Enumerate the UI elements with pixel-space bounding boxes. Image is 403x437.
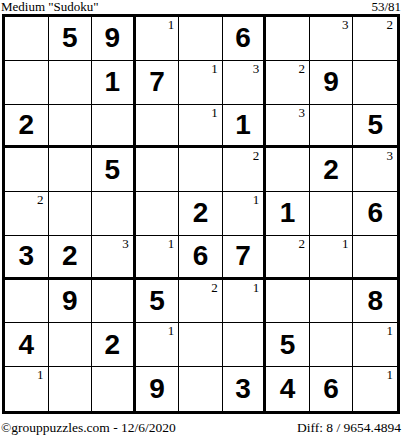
cell-r2-c1[interactable] <box>5 61 49 105</box>
given-digit: 7 <box>149 68 165 96</box>
cell-r4-c2[interactable] <box>49 148 93 192</box>
grid-wrap: 5916321713292113552232211632316721952184… <box>0 14 403 414</box>
given-digit: 9 <box>105 24 121 52</box>
cell-r2-c6[interactable]: 3 <box>223 61 267 105</box>
cell-r2-c9[interactable] <box>353 61 397 105</box>
cell-r5-c6[interactable]: 1 <box>223 192 267 236</box>
page: Medium "Sudoku" 53/81 591632171329211355… <box>0 0 403 437</box>
cell-r6-c3[interactable]: 3 <box>92 236 136 280</box>
cell-r9-c2[interactable] <box>49 367 93 411</box>
cell-r1-c3[interactable]: 9 <box>92 17 136 61</box>
pencil-mark: 3 <box>387 149 394 162</box>
footer: ©grouppuzzles.com - 12/6/2020 Diff: 8 / … <box>0 414 403 435</box>
pencil-mark: 1 <box>37 368 44 381</box>
cell-r7-c6[interactable]: 1 <box>223 280 267 324</box>
cell-r8-c6[interactable] <box>223 323 267 367</box>
given-digit: 5 <box>105 156 121 184</box>
pencil-mark: 2 <box>253 149 260 162</box>
pencil-mark: 2 <box>298 237 305 250</box>
given-digit: 3 <box>18 242 34 270</box>
given-digit: 1 <box>105 68 121 96</box>
cell-r6-c1[interactable]: 3 <box>5 236 49 280</box>
pencil-mark: 1 <box>342 237 349 250</box>
cell-r5-c7[interactable]: 1 <box>266 192 310 236</box>
pencil-mark: 1 <box>387 368 394 381</box>
given-digit: 5 <box>367 111 383 139</box>
given-digit: 2 <box>193 199 209 227</box>
pencil-mark: 1 <box>387 324 394 337</box>
cell-r6-c9[interactable] <box>353 236 397 280</box>
cell-r8-c3[interactable]: 2 <box>92 323 136 367</box>
given-digit: 1 <box>235 111 251 139</box>
given-digit: 6 <box>367 199 383 227</box>
cell-r4-c3[interactable]: 5 <box>92 148 136 192</box>
given-digit: 8 <box>367 287 383 315</box>
cell-r8-c1[interactable]: 4 <box>5 323 49 367</box>
given-digit: 5 <box>149 287 165 315</box>
cell-r3-c2[interactable] <box>49 105 93 149</box>
cell-r5-c5[interactable]: 2 <box>179 192 223 236</box>
cell-r8-c9[interactable]: 1 <box>353 323 397 367</box>
cell-r5-c9[interactable]: 6 <box>353 192 397 236</box>
cell-r8-c5[interactable] <box>179 323 223 367</box>
given-digit: 2 <box>18 111 34 139</box>
pencil-mark: 1 <box>168 237 175 250</box>
cell-r9-c9[interactable]: 1 <box>353 367 397 411</box>
cell-r5-c3[interactable] <box>92 192 136 236</box>
cell-r3-c5[interactable]: 1 <box>179 105 223 149</box>
cell-r4-c6[interactable]: 2 <box>223 148 267 192</box>
cell-r2-c7[interactable]: 2 <box>266 61 310 105</box>
pencil-mark: 1 <box>168 324 175 337</box>
given-digit: 9 <box>323 68 339 96</box>
cell-r8-c7[interactable]: 5 <box>266 323 310 367</box>
given-digit: 9 <box>62 287 78 315</box>
pencil-mark: 2 <box>298 62 305 75</box>
given-digit: 5 <box>62 24 78 52</box>
cell-r8-c4[interactable]: 1 <box>136 323 180 367</box>
pencil-mark: 3 <box>342 18 349 31</box>
given-digit: 7 <box>235 242 251 270</box>
cell-r1-c8[interactable]: 3 <box>310 17 354 61</box>
copyright-text: ©grouppuzzles.com - 12/6/2020 <box>1 421 176 435</box>
cell-r8-c8[interactable] <box>310 323 354 367</box>
cell-r9-c3[interactable] <box>92 367 136 411</box>
cell-r9-c1[interactable]: 1 <box>5 367 49 411</box>
pencil-mark: 2 <box>211 281 218 294</box>
given-digit: 2 <box>323 156 339 184</box>
cell-r4-c5[interactable] <box>179 148 223 192</box>
cell-r7-c9[interactable]: 8 <box>353 280 397 324</box>
cell-r3-c9[interactable]: 5 <box>353 105 397 149</box>
cell-r4-c7[interactable] <box>266 148 310 192</box>
pencil-mark: 1 <box>168 18 175 31</box>
cell-r6-c2[interactable]: 2 <box>49 236 93 280</box>
cell-r6-c6[interactable]: 7 <box>223 236 267 280</box>
cell-r5-c8[interactable] <box>310 192 354 236</box>
pencil-mark: 2 <box>387 18 394 31</box>
cell-r5-c1[interactable]: 2 <box>5 192 49 236</box>
given-digit: 4 <box>280 375 296 403</box>
pencil-mark: 3 <box>298 106 305 119</box>
pencil-mark: 1 <box>211 62 218 75</box>
cell-r3-c6[interactable]: 1 <box>223 105 267 149</box>
cell-r5-c4[interactable] <box>136 192 180 236</box>
pencil-mark: 3 <box>253 62 260 75</box>
given-digit: 6 <box>193 242 209 270</box>
cell-r6-c5[interactable]: 6 <box>179 236 223 280</box>
header: Medium "Sudoku" 53/81 <box>0 0 403 14</box>
cell-r2-c2[interactable] <box>49 61 93 105</box>
cell-r1-c6[interactable]: 6 <box>223 17 267 61</box>
cell-r1-c1[interactable] <box>5 17 49 61</box>
pencil-mark: 1 <box>211 106 218 119</box>
pencil-mark: 3 <box>122 237 129 250</box>
given-digit: 2 <box>62 242 78 270</box>
given-digit: 6 <box>323 375 339 403</box>
cell-r9-c7[interactable]: 4 <box>266 367 310 411</box>
cell-r3-c3[interactable] <box>92 105 136 149</box>
given-digit: 5 <box>280 331 296 359</box>
cell-r4-c4[interactable] <box>136 148 180 192</box>
cell-r1-c2[interactable]: 5 <box>49 17 93 61</box>
cell-r3-c1[interactable]: 2 <box>5 105 49 149</box>
cell-r1-c5[interactable] <box>179 17 223 61</box>
cell-r4-c9[interactable]: 3 <box>353 148 397 192</box>
cell-r6-c7[interactable]: 2 <box>266 236 310 280</box>
cell-r7-c3[interactable] <box>92 280 136 324</box>
cell-r1-c7[interactable] <box>266 17 310 61</box>
given-digit: 2 <box>105 331 121 359</box>
pencil-mark: 2 <box>37 193 44 206</box>
cell-r7-c1[interactable] <box>5 280 49 324</box>
cell-r6-c4[interactable]: 1 <box>136 236 180 280</box>
cell-r7-c2[interactable]: 9 <box>49 280 93 324</box>
cell-r9-c8[interactable]: 6 <box>310 367 354 411</box>
difficulty-text: Diff: 8 / 9654.4894 <box>297 421 401 435</box>
cell-r3-c4[interactable] <box>136 105 180 149</box>
cell-r9-c5[interactable] <box>179 367 223 411</box>
cell-r9-c6[interactable]: 3 <box>223 367 267 411</box>
cell-r8-c2[interactable] <box>49 323 93 367</box>
given-digit: 4 <box>18 331 34 359</box>
cell-r1-c9[interactable]: 2 <box>353 17 397 61</box>
given-digit: 6 <box>235 24 251 52</box>
given-digit: 9 <box>149 375 165 403</box>
cell-r3-c8[interactable] <box>310 105 354 149</box>
cell-r2-c3[interactable]: 1 <box>92 61 136 105</box>
cell-r7-c4[interactable]: 5 <box>136 280 180 324</box>
cell-r7-c7[interactable] <box>266 280 310 324</box>
cell-r2-c4[interactable]: 7 <box>136 61 180 105</box>
cell-r2-c8[interactable]: 9 <box>310 61 354 105</box>
puzzle-title: Medium "Sudoku" <box>1 0 99 13</box>
cell-r7-c8[interactable] <box>310 280 354 324</box>
given-digit: 1 <box>280 199 296 227</box>
given-digit: 3 <box>235 375 251 403</box>
cell-r5-c2[interactable] <box>49 192 93 236</box>
pencil-mark: 1 <box>253 193 260 206</box>
progress-counter: 53/81 <box>371 0 401 13</box>
cell-r7-c5[interactable]: 2 <box>179 280 223 324</box>
cell-r9-c4[interactable]: 9 <box>136 367 180 411</box>
cell-r2-c5[interactable]: 1 <box>179 61 223 105</box>
sudoku-grid: 5916321713292113552232211632316721952184… <box>2 14 400 414</box>
cell-r1-c4[interactable]: 1 <box>136 17 180 61</box>
cell-r4-c8[interactable]: 2 <box>310 148 354 192</box>
cell-r3-c7[interactable]: 3 <box>266 105 310 149</box>
pencil-mark: 1 <box>253 281 260 294</box>
cell-r4-c1[interactable] <box>5 148 49 192</box>
cell-r6-c8[interactable]: 1 <box>310 236 354 280</box>
